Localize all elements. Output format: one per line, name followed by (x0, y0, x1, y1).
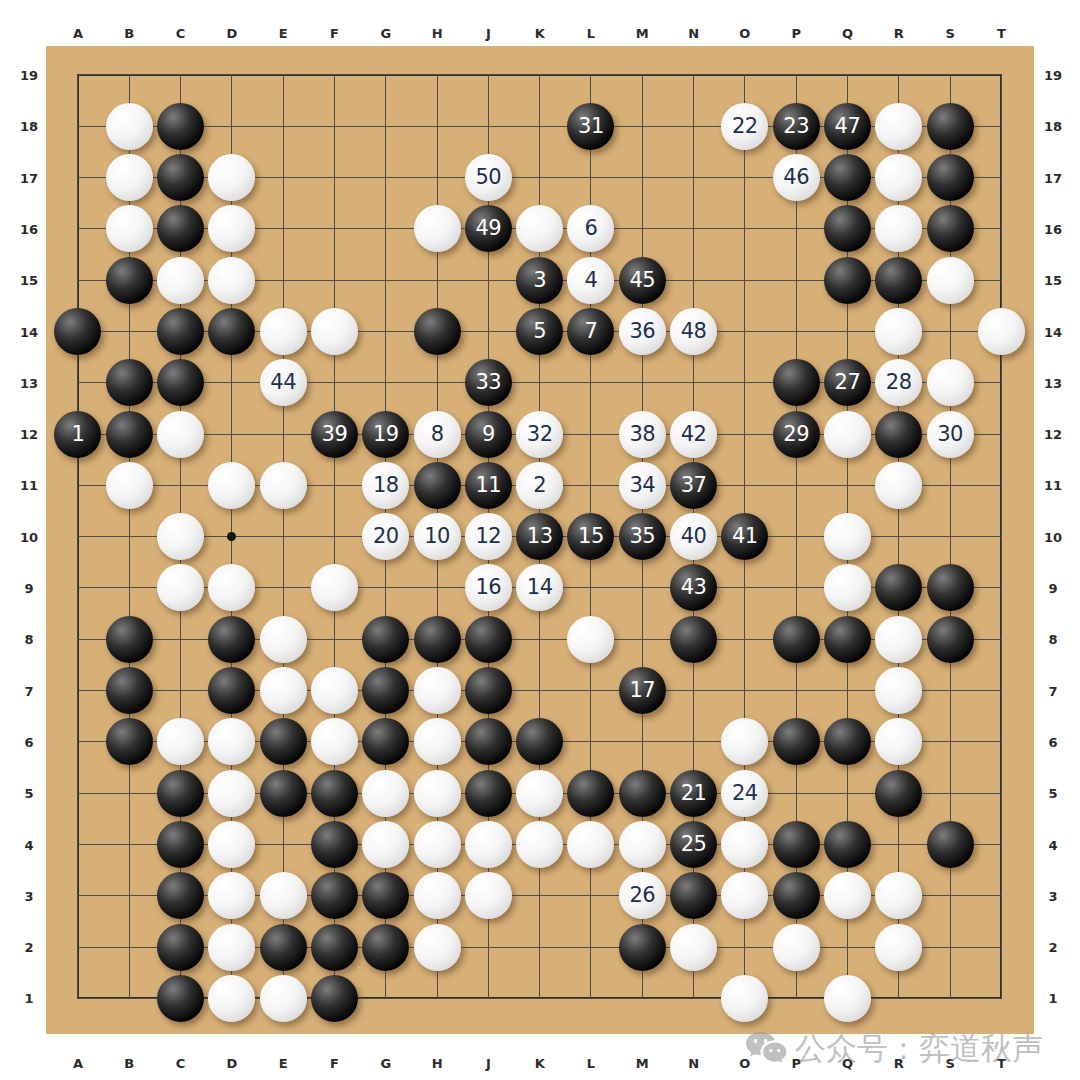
intersection (719, 665, 770, 716)
intersection: 27 (822, 357, 873, 408)
intersection (668, 357, 719, 408)
intersection (668, 101, 719, 152)
intersection: 47 (822, 101, 873, 152)
white-stone (362, 821, 409, 868)
column-label: B (124, 27, 134, 40)
intersection (360, 819, 411, 870)
white-stone: 2 (516, 462, 563, 509)
row-label: 18 (20, 120, 38, 133)
intersection (155, 921, 206, 972)
intersection (668, 921, 719, 972)
white-stone (875, 154, 922, 201)
intersection (771, 511, 822, 562)
intersection (258, 921, 309, 972)
intersection: 9 (463, 408, 514, 459)
row-label: 19 (20, 69, 38, 82)
intersection: 26 (617, 870, 668, 921)
black-stone (824, 821, 871, 868)
white-stone (824, 513, 871, 560)
white-stone (106, 154, 153, 201)
white-stone (414, 924, 461, 971)
white-stone: 20 (362, 513, 409, 560)
intersection (976, 768, 1027, 819)
intersection: 31 (565, 101, 616, 152)
intersection (52, 255, 103, 306)
intersection (206, 49, 257, 100)
intersection (976, 255, 1027, 306)
intersection (52, 973, 103, 1024)
black-stone (773, 718, 820, 765)
intersection: 20 (360, 511, 411, 562)
intersection (309, 562, 360, 613)
intersection (771, 460, 822, 511)
intersection: 50 (463, 152, 514, 203)
intersection (976, 562, 1027, 613)
column-label: T (997, 27, 1006, 40)
intersection (514, 357, 565, 408)
row-label: 9 (24, 582, 33, 595)
intersection (976, 49, 1027, 100)
row-label: 8 (1048, 633, 1057, 646)
black-stone: 5 (516, 308, 563, 355)
black-stone (157, 924, 204, 971)
move-number: 48 (681, 321, 707, 342)
intersection (411, 614, 462, 665)
intersection (822, 49, 873, 100)
intersection (104, 203, 155, 254)
intersection (360, 716, 411, 767)
intersection (822, 152, 873, 203)
intersection (719, 870, 770, 921)
black-stone (414, 462, 461, 509)
black-stone: 11 (465, 462, 512, 509)
black-stone: 39 (311, 411, 358, 458)
row-label: 11 (1044, 479, 1062, 492)
intersection (976, 614, 1027, 665)
black-stone (927, 564, 974, 611)
intersection (617, 357, 668, 408)
black-stone (260, 770, 307, 817)
goban-grid: 3122234750464963445573648443327281391989… (52, 49, 1027, 1024)
move-number: 23 (783, 116, 809, 137)
intersection: 29 (771, 408, 822, 459)
intersection (155, 614, 206, 665)
intersection: 24 (719, 768, 770, 819)
intersection (309, 357, 360, 408)
move-number: 38 (629, 424, 655, 445)
intersection (822, 255, 873, 306)
intersection (309, 152, 360, 203)
intersection: 37 (668, 460, 719, 511)
move-number: 14 (527, 577, 553, 598)
white-stone (619, 821, 666, 868)
column-label: F (330, 1057, 339, 1070)
intersection (309, 768, 360, 819)
intersection (668, 870, 719, 921)
row-label: 5 (1048, 787, 1057, 800)
white-stone (414, 821, 461, 868)
black-stone: 19 (362, 411, 409, 458)
intersection (822, 870, 873, 921)
intersection (873, 665, 924, 716)
intersection (668, 203, 719, 254)
black-stone (824, 616, 871, 663)
intersection: 45 (617, 255, 668, 306)
intersection (52, 511, 103, 562)
white-stone: 50 (465, 154, 512, 201)
intersection (924, 819, 975, 870)
intersection (463, 716, 514, 767)
move-number: 19 (373, 424, 399, 445)
black-stone (208, 616, 255, 663)
intersection (360, 768, 411, 819)
intersection (514, 870, 565, 921)
white-stone: 10 (414, 513, 461, 560)
column-label: E (279, 1057, 288, 1070)
black-stone (157, 359, 204, 406)
intersection (206, 357, 257, 408)
move-number: 31 (578, 116, 604, 137)
black-stone: 35 (619, 513, 666, 560)
white-stone (208, 924, 255, 971)
intersection (514, 921, 565, 972)
intersection (104, 49, 155, 100)
intersection: 28 (873, 357, 924, 408)
white-stone: 34 (619, 462, 666, 509)
intersection (155, 819, 206, 870)
intersection (411, 255, 462, 306)
intersection (155, 768, 206, 819)
column-label: M (636, 1057, 649, 1070)
black-stone: 7 (567, 308, 614, 355)
intersection (206, 614, 257, 665)
intersection (52, 49, 103, 100)
row-label: 17 (1044, 171, 1062, 184)
black-stone (927, 205, 974, 252)
intersection (617, 716, 668, 767)
intersection (719, 408, 770, 459)
intersection (822, 819, 873, 870)
white-stone (414, 770, 461, 817)
black-stone (619, 770, 666, 817)
column-label: O (739, 27, 750, 40)
white-stone (824, 872, 871, 919)
white-stone (260, 667, 307, 714)
column-label: F (330, 27, 339, 40)
intersection (360, 562, 411, 613)
intersection (258, 152, 309, 203)
white-stone (208, 462, 255, 509)
column-label: D (226, 1057, 237, 1070)
white-stone (567, 616, 614, 663)
white-stone (875, 718, 922, 765)
intersection (514, 665, 565, 716)
intersection (924, 152, 975, 203)
intersection (206, 921, 257, 972)
white-stone (414, 872, 461, 919)
move-number: 37 (681, 475, 707, 496)
intersection (104, 819, 155, 870)
move-number: 33 (475, 372, 501, 393)
white-stone (875, 616, 922, 663)
intersection (565, 460, 616, 511)
intersection: 25 (668, 819, 719, 870)
intersection (411, 665, 462, 716)
intersection (463, 614, 514, 665)
intersection (771, 49, 822, 100)
black-stone (311, 975, 358, 1022)
intersection (360, 921, 411, 972)
black-stone (208, 667, 255, 714)
intersection (565, 614, 616, 665)
black-stone (465, 667, 512, 714)
intersection (668, 614, 719, 665)
black-stone (670, 872, 717, 919)
intersection (463, 306, 514, 357)
intersection (411, 716, 462, 767)
black-stone (824, 718, 871, 765)
intersection (411, 921, 462, 972)
row-label: 9 (1048, 582, 1057, 595)
move-number: 16 (475, 577, 501, 598)
intersection (514, 819, 565, 870)
intersection (155, 870, 206, 921)
intersection (565, 973, 616, 1024)
move-number: 50 (475, 167, 501, 188)
move-number: 4 (585, 270, 598, 291)
intersection (258, 768, 309, 819)
row-label: 19 (1044, 69, 1062, 82)
intersection (360, 357, 411, 408)
column-label: M (636, 27, 649, 40)
white-stone (927, 359, 974, 406)
intersection (155, 973, 206, 1024)
black-stone: 25 (670, 821, 717, 868)
white-stone (927, 257, 974, 304)
intersection (617, 49, 668, 100)
intersection (411, 152, 462, 203)
intersection (411, 562, 462, 613)
intersection (771, 614, 822, 665)
white-stone (157, 564, 204, 611)
intersection: 33 (463, 357, 514, 408)
intersection (873, 306, 924, 357)
black-stone: 1 (54, 411, 101, 458)
intersection: 48 (668, 306, 719, 357)
intersection (873, 973, 924, 1024)
black-stone (773, 359, 820, 406)
row-label: 12 (20, 428, 38, 441)
intersection: 46 (771, 152, 822, 203)
white-stone (875, 924, 922, 971)
intersection (719, 921, 770, 972)
intersection (822, 768, 873, 819)
column-label: J (486, 1057, 491, 1070)
intersection (258, 203, 309, 254)
intersection (52, 101, 103, 152)
column-label: C (176, 1057, 186, 1070)
white-stone (208, 564, 255, 611)
intersection (719, 255, 770, 306)
intersection: 13 (514, 511, 565, 562)
intersection (873, 716, 924, 767)
intersection (360, 49, 411, 100)
row-label: 1 (1048, 992, 1057, 1005)
black-stone (157, 770, 204, 817)
white-stone: 6 (567, 205, 614, 252)
move-number: 32 (527, 424, 553, 445)
column-label: S (945, 27, 954, 40)
intersection: 6 (565, 203, 616, 254)
column-label: N (688, 27, 699, 40)
move-number: 36 (629, 321, 655, 342)
move-number: 24 (732, 783, 758, 804)
intersection (924, 716, 975, 767)
intersection (822, 921, 873, 972)
intersection (822, 460, 873, 511)
intersection (719, 203, 770, 254)
intersection (258, 408, 309, 459)
intersection (258, 973, 309, 1024)
intersection (258, 665, 309, 716)
black-stone (465, 616, 512, 663)
white-stone (157, 513, 204, 560)
white-stone (260, 308, 307, 355)
intersection (719, 152, 770, 203)
white-stone: 44 (260, 359, 307, 406)
black-stone (773, 616, 820, 663)
white-stone: 8 (414, 411, 461, 458)
column-label: D (226, 27, 237, 40)
intersection (155, 511, 206, 562)
move-number: 10 (424, 526, 450, 547)
intersection (52, 306, 103, 357)
intersection: 11 (463, 460, 514, 511)
black-stone (927, 103, 974, 150)
intersection (873, 614, 924, 665)
column-label: C (176, 27, 186, 40)
black-stone (54, 308, 101, 355)
intersection (617, 819, 668, 870)
move-number: 40 (681, 526, 707, 547)
white-stone (567, 821, 614, 868)
intersection (771, 921, 822, 972)
intersection (258, 819, 309, 870)
black-stone (875, 770, 922, 817)
white-stone (516, 205, 563, 252)
white-stone: 4 (567, 257, 614, 304)
row-label: 15 (20, 274, 38, 287)
black-stone: 43 (670, 564, 717, 611)
intersection (411, 768, 462, 819)
white-stone (311, 667, 358, 714)
move-number: 21 (681, 783, 707, 804)
intersection (719, 973, 770, 1024)
intersection: 23 (771, 101, 822, 152)
intersection (360, 152, 411, 203)
intersection (924, 255, 975, 306)
intersection (668, 152, 719, 203)
intersection (104, 306, 155, 357)
column-label: S (945, 1057, 954, 1070)
intersection: 39 (309, 408, 360, 459)
intersection (206, 665, 257, 716)
intersection (565, 870, 616, 921)
move-number: 5 (533, 321, 546, 342)
intersection (976, 101, 1027, 152)
intersection (617, 101, 668, 152)
white-stone (208, 718, 255, 765)
move-number: 39 (322, 424, 348, 445)
black-stone (208, 308, 255, 355)
intersection (565, 819, 616, 870)
intersection (309, 101, 360, 152)
intersection (104, 973, 155, 1024)
intersection (617, 152, 668, 203)
black-stone (106, 616, 153, 663)
intersection (719, 357, 770, 408)
intersection (976, 357, 1027, 408)
black-stone: 21 (670, 770, 717, 817)
row-label: 6 (24, 735, 33, 748)
white-stone (824, 564, 871, 611)
intersection (565, 357, 616, 408)
white-stone (208, 770, 255, 817)
intersection (668, 716, 719, 767)
white-stone (311, 718, 358, 765)
white-stone (875, 667, 922, 714)
column-label: G (380, 27, 391, 40)
black-stone (875, 411, 922, 458)
column-label: A (73, 1057, 83, 1070)
move-number: 41 (732, 526, 758, 547)
black-stone (414, 308, 461, 355)
column-label: G (380, 1057, 391, 1070)
row-label: 7 (1048, 684, 1057, 697)
white-stone: 22 (721, 103, 768, 150)
black-stone: 37 (670, 462, 717, 509)
black-stone (157, 975, 204, 1022)
black-stone (465, 718, 512, 765)
row-label: 3 (24, 889, 33, 902)
intersection (668, 973, 719, 1024)
intersection (514, 152, 565, 203)
white-stone (157, 411, 204, 458)
black-stone: 9 (465, 411, 512, 458)
white-stone (875, 462, 922, 509)
move-number: 6 (585, 218, 598, 239)
intersection (258, 101, 309, 152)
intersection (52, 357, 103, 408)
white-stone (721, 975, 768, 1022)
row-label: 3 (1048, 889, 1057, 902)
intersection (771, 255, 822, 306)
intersection: 36 (617, 306, 668, 357)
column-label: L (587, 1057, 595, 1070)
row-label: 4 (24, 838, 33, 851)
intersection (52, 152, 103, 203)
white-stone (516, 821, 563, 868)
black-stone (106, 718, 153, 765)
column-label: P (791, 27, 801, 40)
white-stone (311, 564, 358, 611)
white-stone (208, 257, 255, 304)
intersection (206, 973, 257, 1024)
intersection (104, 562, 155, 613)
intersection (565, 665, 616, 716)
intersection (206, 101, 257, 152)
row-label: 13 (1044, 376, 1062, 389)
